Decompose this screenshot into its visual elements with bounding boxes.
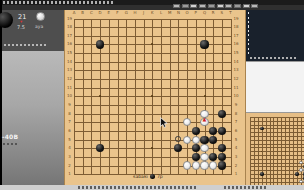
coord-letter-T: T xyxy=(228,11,234,15)
coord-letter-N: N xyxy=(175,11,181,15)
coord-letter-B: B xyxy=(80,11,86,15)
coord-number-right-15: 15 xyxy=(233,51,239,55)
grid-line-h xyxy=(74,131,231,132)
coord-letter-R: R xyxy=(210,11,216,15)
stone-black-S2[interactable] xyxy=(218,161,226,169)
coord-number-right-18: 18 xyxy=(233,25,239,29)
coord-number-left-2: 2 xyxy=(67,164,73,168)
stone-black-D4[interactable] xyxy=(260,172,264,176)
mouse-cursor xyxy=(160,117,168,128)
black-player-stone-icon xyxy=(0,12,13,28)
stone-black-S4[interactable] xyxy=(218,144,226,152)
coord-letter-C: C xyxy=(88,11,94,15)
coord-number-right-9: 9 xyxy=(233,103,239,107)
turn-indicator: sabaki7p xyxy=(133,174,163,179)
stone-black-S8[interactable] xyxy=(218,110,226,118)
coord-number-right-6: 6 xyxy=(233,129,239,133)
coord-number-left-6: 6 xyxy=(67,129,73,133)
coord-letter-A: A xyxy=(71,11,77,15)
white-player-name: aya xyxy=(35,24,43,29)
coord-letter-S: S xyxy=(219,11,225,15)
toolbar-button-9[interactable] xyxy=(243,4,250,8)
coord-number-left-15: 15 xyxy=(67,51,73,55)
grid-line-v xyxy=(161,19,162,175)
stone-black-R6[interactable] xyxy=(209,127,217,135)
stone-white-Q2[interactable] xyxy=(200,161,208,169)
circle-marker xyxy=(175,136,180,141)
graph-axis-dashed-line xyxy=(248,12,249,56)
coord-letter-M: M xyxy=(167,11,173,15)
coord-number-left-19: 19 xyxy=(67,17,73,21)
network-label: -40B xyxy=(2,133,18,140)
stone-white-R2[interactable] xyxy=(209,161,217,169)
coord-letter-L: L xyxy=(158,11,164,15)
stone-black-Q5[interactable] xyxy=(200,136,208,144)
game-info-panel: 21 ▾ 7.5 aya xyxy=(2,10,64,51)
grid-line-h xyxy=(250,170,304,171)
turn-stone-icon xyxy=(150,174,155,179)
coord-number-left-9: 9 xyxy=(67,103,73,107)
turn-player-name: sabaki xyxy=(133,174,148,179)
stone-white-P5[interactable] xyxy=(192,136,200,144)
stone-white-O2[interactable] xyxy=(299,180,303,184)
coord-letter-E: E xyxy=(106,11,112,15)
coord-letter-F: F xyxy=(115,11,121,15)
last-move-triangle-marker: ▲ xyxy=(202,117,207,122)
stone-white-Q3[interactable] xyxy=(200,153,208,161)
stone-white-P2[interactable] xyxy=(192,161,200,169)
stone-white-O2[interactable] xyxy=(183,161,191,169)
winrate-graph-panel[interactable] xyxy=(246,10,304,62)
window-title-text xyxy=(3,1,115,3)
coord-letter-P: P xyxy=(193,11,199,15)
coord-number-right-4: 4 xyxy=(233,146,239,150)
coord-number-right-10: 10 xyxy=(233,94,239,98)
coord-letter-K: K xyxy=(149,11,155,15)
coord-number-left-10: 10 xyxy=(67,94,73,98)
toolbar-button-1[interactable] xyxy=(173,4,180,8)
coord-letter-G: G xyxy=(123,11,129,15)
grid-line-v xyxy=(213,19,214,175)
graph-axis-labels xyxy=(250,57,298,59)
stone-white-O5[interactable] xyxy=(299,168,303,172)
small-side-text xyxy=(3,143,17,145)
coord-number-right-14: 14 xyxy=(233,60,239,64)
coord-number-left-5: 5 xyxy=(67,138,73,142)
grid-line-h xyxy=(250,166,304,167)
stone-black-R5[interactable] xyxy=(209,136,217,144)
grid-line-v xyxy=(170,19,171,175)
coord-number-right-16: 16 xyxy=(233,42,239,46)
toolbar-button-8[interactable] xyxy=(234,4,241,8)
stone-black-D16[interactable] xyxy=(260,127,264,131)
coord-number-left-3: 3 xyxy=(67,155,73,159)
coord-number-left-4: 4 xyxy=(67,146,73,150)
toolbar-button-5[interactable] xyxy=(208,4,215,8)
grid-line-v xyxy=(231,19,232,175)
coord-number-left-1: 1 xyxy=(67,172,73,176)
coord-number-right-3: 3 xyxy=(233,155,239,159)
stone-white-Q4[interactable] xyxy=(200,144,208,152)
coord-number-left-7: 7 xyxy=(67,120,73,124)
coord-letter-Q: Q xyxy=(202,11,208,15)
star-point-K10 xyxy=(285,151,286,152)
stone-black-P6[interactable] xyxy=(192,127,200,135)
comment-panel[interactable] xyxy=(246,61,304,112)
stone-white-P5[interactable] xyxy=(303,168,304,172)
coord-letter-J: J xyxy=(141,11,147,15)
grid-line-v xyxy=(289,117,290,185)
stone-black-N4[interactable] xyxy=(174,144,182,152)
coord-number-right-1: 1 xyxy=(233,172,239,176)
side-area: -40B xyxy=(2,51,64,186)
coord-number-right-2: 2 xyxy=(233,164,239,168)
grid-line-v xyxy=(187,19,188,175)
coord-letter-D: D xyxy=(97,11,103,15)
stone-white-O7[interactable] xyxy=(299,161,303,165)
toolbar-button-3[interactable] xyxy=(190,4,197,8)
coord-number-left-13: 13 xyxy=(67,68,73,72)
coord-number-right-13: 13 xyxy=(233,68,239,72)
stone-black-Q16[interactable] xyxy=(200,40,208,48)
coord-number-right-5: 5 xyxy=(233,138,239,142)
coord-letter-O: O xyxy=(184,11,190,15)
stone-black-R3[interactable] xyxy=(209,153,217,161)
grid-line-h xyxy=(74,105,231,106)
coord-number-right-17: 17 xyxy=(233,34,239,38)
stone-black-S6[interactable] xyxy=(218,127,226,135)
stone-white-O5[interactable] xyxy=(183,136,191,144)
coord-number-right-19: 19 xyxy=(233,17,239,21)
white-player-stone-icon xyxy=(36,12,45,21)
grid-line-h xyxy=(250,163,304,164)
coord-number-left-18: 18 xyxy=(67,25,73,29)
toolbar-button-4[interactable] xyxy=(199,4,206,8)
app-window: 21 ▾ 7.5 aya -40B ▲A1919B1818C1717D1616E… xyxy=(0,0,304,190)
mini-goban-preview[interactable] xyxy=(246,112,304,185)
coord-number-left-8: 8 xyxy=(67,112,73,116)
status-text-left xyxy=(78,186,196,188)
stone-black-P4[interactable] xyxy=(192,144,200,152)
coord-number-right-7: 7 xyxy=(233,120,239,124)
stone-black-D4[interactable] xyxy=(96,144,104,152)
turn-player-rank: 7p xyxy=(157,174,163,179)
coord-number-left-16: 16 xyxy=(67,42,73,46)
toolbar-button-6[interactable] xyxy=(217,4,224,8)
grid-line-h xyxy=(250,178,304,179)
toolbar-button-10[interactable] xyxy=(251,4,258,8)
star-point-K4 xyxy=(285,174,286,175)
stone-black-P3[interactable] xyxy=(192,153,200,161)
coord-number-left-11: 11 xyxy=(67,86,73,90)
stone-black-D16[interactable] xyxy=(96,40,104,48)
status-bar xyxy=(0,185,304,190)
grid-line-h xyxy=(250,182,304,183)
stone-white-O7[interactable] xyxy=(183,118,191,126)
star-point-K16 xyxy=(285,128,286,129)
coord-number-right-11: 11 xyxy=(233,86,239,90)
main-goban[interactable]: ▲A1919B1818C1717D1616E1515F1414G1313H121… xyxy=(64,10,246,186)
toolbar-button-2[interactable] xyxy=(182,4,189,8)
coord-number-right-12: 12 xyxy=(233,77,239,81)
stone-black-S3[interactable] xyxy=(218,153,226,161)
coord-number-left-14: 14 xyxy=(67,60,73,64)
stone-white-P2[interactable] xyxy=(303,180,304,184)
toolbar-button-7[interactable] xyxy=(225,4,232,8)
status-text-right xyxy=(224,186,268,188)
grid-line-v xyxy=(301,117,302,185)
stone-black-N4[interactable] xyxy=(295,172,299,176)
capture-info-text xyxy=(4,44,46,46)
coord-number-left-12: 12 xyxy=(67,77,73,81)
coord-number-right-8: 8 xyxy=(233,112,239,116)
coord-number-left-17: 17 xyxy=(67,34,73,38)
grid-line-v xyxy=(293,117,294,185)
komi-value: 7.5 xyxy=(17,24,25,30)
coord-letter-H: H xyxy=(132,11,138,15)
